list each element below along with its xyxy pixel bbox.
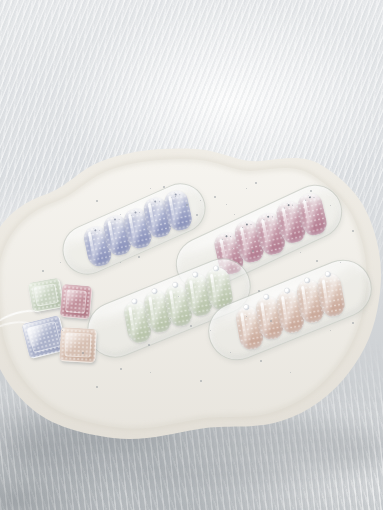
tray-speckle <box>316 260 318 262</box>
tray-speckle <box>352 230 354 232</box>
tray-speckle <box>260 360 262 362</box>
glitter-accent-lavender-cat-eye-3 <box>134 211 136 213</box>
tray-speckle <box>60 262 61 263</box>
glitter-accent-mauve-pink-ombre-1 <box>224 235 226 237</box>
glitter-accent-lavender-cat-eye-4 <box>154 200 156 202</box>
tray-speckle <box>300 252 301 253</box>
tray-speckle <box>148 344 150 346</box>
tray-speckle <box>214 196 216 198</box>
blush-square-gem <box>59 327 97 363</box>
tray-speckle <box>330 330 331 331</box>
tray-speckle <box>226 204 227 205</box>
tray-speckle <box>96 200 98 202</box>
tray-speckle <box>150 372 151 373</box>
glitter-accent-mauve-pink-ombre-3 <box>266 216 268 218</box>
rhinestone-sage-green-shimmer-3 <box>172 282 178 288</box>
glitter-accent-lavender-cat-eye-2 <box>114 218 116 220</box>
glitter-accent-mauve-pink-ombre-5 <box>308 196 310 198</box>
tray-speckle <box>120 262 121 263</box>
rhinestone-nude-champagne-1 <box>243 304 249 310</box>
tray-speckle <box>82 352 84 354</box>
rose-square-gem <box>60 284 93 319</box>
tray-speckle <box>186 204 188 206</box>
tray-speckle <box>190 325 192 327</box>
tray-speckle <box>96 386 98 388</box>
rhinestone-sage-green-shimmer-1 <box>131 299 137 305</box>
mint-square-gem <box>28 277 65 312</box>
tray-speckle <box>42 270 44 272</box>
tray-speckle <box>310 190 312 192</box>
glitter-accent-mauve-pink-ombre-4 <box>286 204 288 206</box>
tray-speckle <box>255 182 257 184</box>
tray-speckle <box>138 256 140 258</box>
tray-speckle <box>270 320 272 322</box>
nail-display-photo <box>0 0 383 510</box>
rhinestone-nude-champagne-5 <box>324 271 330 277</box>
tray-speckle <box>200 380 202 382</box>
tray-speckle <box>352 322 354 324</box>
tray-contents <box>0 0 383 510</box>
rhinestone-nude-champagne-2 <box>263 294 269 300</box>
tray-speckle <box>252 250 254 252</box>
tray-speckle <box>150 188 151 189</box>
glitter-accent-lavender-cat-eye-1 <box>94 229 96 231</box>
tray-speckle <box>258 290 260 292</box>
rhinestone-sage-green-shimmer-2 <box>151 288 157 294</box>
tray-speckle <box>163 186 165 188</box>
rhinestone-nude-champagne-3 <box>284 287 290 293</box>
rhinestone-sage-green-shimmer-4 <box>192 272 198 278</box>
tray-speckle <box>234 214 235 215</box>
tray-speckle <box>290 372 291 373</box>
rhinestone-nude-champagne-4 <box>304 277 310 283</box>
tray-speckle <box>120 368 122 370</box>
tray-speckle <box>196 214 198 216</box>
tray-speckle <box>246 188 247 189</box>
glitter-accent-mauve-pink-ombre-2 <box>245 224 247 226</box>
rhinestone-sage-green-shimmer-5 <box>213 266 219 272</box>
